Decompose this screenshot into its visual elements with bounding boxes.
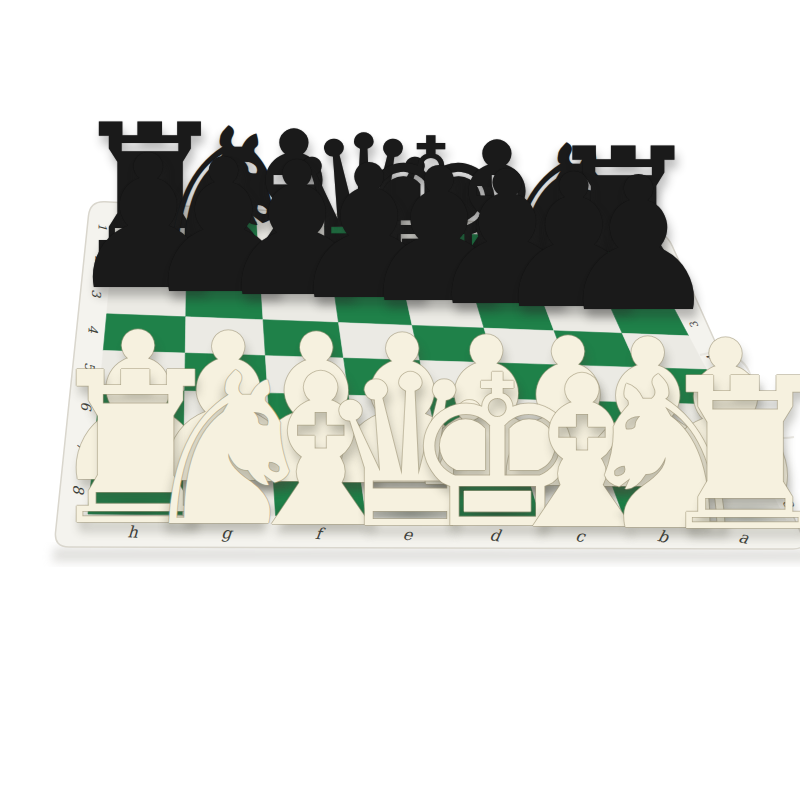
rank-label-left-4: 4 [86, 325, 101, 335]
square-c1 [456, 233, 530, 266]
square-f8 [273, 473, 366, 516]
square-d8 [445, 476, 540, 518]
square-f7 [270, 432, 360, 474]
square-g6 [184, 391, 270, 432]
square-e7 [354, 434, 445, 476]
square-d4 [412, 325, 494, 362]
chess-set-photo: hgfedcba1234567812345678 ♜♞♝♛♚♝♞♜♟♟♟♟♟♟♟… [0, 0, 800, 800]
rank-label-left-1: 1 [96, 223, 109, 231]
square-f5 [265, 356, 349, 396]
square-e2 [329, 257, 405, 292]
square-g1 [187, 218, 259, 253]
square-c2 [465, 263, 542, 298]
square-h1 [113, 214, 187, 249]
square-f6 [268, 393, 355, 434]
chess-board: hgfedcba1234567812345678 [0, 0, 800, 800]
square-d6 [428, 397, 517, 437]
square-e6 [349, 395, 437, 435]
square-e8 [360, 474, 454, 517]
square-h3 [107, 279, 187, 317]
square-g4 [185, 317, 265, 356]
square-d5 [420, 361, 505, 400]
square-c3 [474, 295, 554, 331]
square-g5 [185, 353, 268, 393]
square-e3 [334, 289, 412, 326]
square-f4 [263, 320, 344, 358]
square-f1 [257, 222, 329, 256]
square-g8 [183, 472, 276, 516]
square-d3 [405, 292, 484, 328]
square-d2 [398, 260, 474, 295]
square-f3 [261, 286, 339, 323]
square-f2 [259, 253, 334, 289]
square-h7 [92, 429, 184, 472]
square-h6 [96, 389, 185, 431]
square-e1 [325, 226, 398, 260]
square-c4 [484, 328, 567, 365]
square-g3 [186, 282, 263, 320]
square-d7 [436, 436, 528, 477]
file-label-h: h [127, 522, 139, 542]
square-e5 [344, 358, 428, 397]
square-c8 [528, 477, 624, 519]
square-h8 [88, 471, 184, 515]
square-c5 [494, 363, 580, 401]
square-g2 [186, 249, 261, 285]
square-g7 [184, 431, 273, 474]
square-d1 [391, 230, 465, 264]
square-h4 [103, 314, 186, 353]
square-h2 [110, 246, 187, 283]
square-c7 [517, 437, 610, 478]
square-h5 [100, 351, 186, 392]
square-e4 [339, 323, 420, 361]
square-c6 [505, 399, 594, 438]
